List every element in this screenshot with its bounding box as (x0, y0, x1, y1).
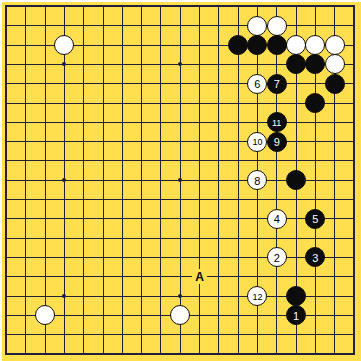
label-point-L5: A (192, 269, 207, 284)
stone-white-P8: 4 (267, 209, 287, 229)
move-number: 8 (254, 175, 260, 186)
move-number: 6 (254, 79, 260, 90)
stone-white-O15: 6 (247, 74, 267, 94)
go-board: 610842127119531A (2, 2, 361, 361)
stone-white-Q17 (286, 35, 306, 55)
stone-white-P6: 2 (267, 247, 287, 267)
stone-black-Q4 (286, 286, 306, 306)
grid-hline (7, 334, 354, 335)
move-number: 4 (274, 214, 280, 225)
grid-vline (238, 7, 239, 354)
move-number: 9 (274, 137, 280, 148)
grid-vline (199, 7, 200, 354)
move-number: 1 (293, 310, 299, 321)
move-number: 11 (272, 118, 281, 127)
grid-hline (7, 276, 354, 277)
stone-black-P17 (267, 35, 287, 55)
move-number: 10 (252, 138, 262, 147)
stone-white-S16 (325, 54, 345, 74)
grid-hline (7, 199, 354, 200)
grid-vline (276, 7, 277, 354)
stone-black-R8: 5 (305, 209, 325, 229)
stone-white-O12: 10 (247, 132, 267, 152)
stone-black-S15 (325, 74, 345, 94)
grid-hline (7, 238, 354, 239)
grid-hline (7, 218, 354, 219)
move-number: 5 (312, 214, 318, 225)
move-number: 12 (252, 292, 262, 301)
move-number: 7 (274, 79, 280, 90)
stone-black-P15: 7 (267, 74, 287, 94)
move-number: 2 (274, 252, 280, 263)
stone-white-P18 (267, 16, 287, 36)
stone-black-P13: 11 (267, 112, 287, 132)
grid-vline (218, 7, 219, 354)
stone-black-P12: 9 (267, 132, 287, 152)
move-number: 3 (312, 252, 318, 263)
grid-hline (7, 257, 354, 258)
stone-white-S17 (325, 35, 345, 55)
